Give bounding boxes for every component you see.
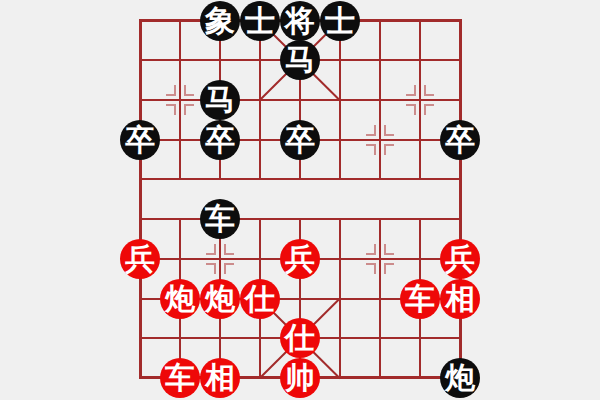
- piece-red-soldier[interactable]: 兵: [280, 239, 320, 279]
- piece-red-chariot[interactable]: 车: [400, 279, 440, 319]
- point-marker: [384, 125, 394, 136]
- xiangqi-board: 象士将士马马卒卒卒卒车炮兵兵兵炮炮仕车相仕车相帅: [0, 0, 600, 400]
- point-marker: [366, 125, 376, 136]
- piece-black-horse[interactable]: 马: [200, 80, 240, 120]
- piece-black-advisor[interactable]: 士: [320, 1, 360, 41]
- piece-red-chariot[interactable]: 车: [160, 358, 200, 398]
- point-marker: [406, 85, 416, 96]
- grid-line-vertical: [379, 219, 381, 378]
- piece-red-soldier[interactable]: 兵: [120, 239, 160, 279]
- piece-red-elephant[interactable]: 相: [200, 358, 240, 398]
- piece-black-general[interactable]: 将: [280, 1, 320, 41]
- piece-red-cannon[interactable]: 炮: [200, 279, 240, 319]
- point-marker: [366, 263, 376, 274]
- piece-black-horse[interactable]: 马: [280, 40, 320, 80]
- point-marker: [406, 104, 416, 115]
- piece-black-soldier[interactable]: 卒: [440, 120, 480, 160]
- piece-black-cannon[interactable]: 炮: [440, 358, 480, 398]
- piece-black-chariot[interactable]: 车: [200, 199, 240, 239]
- xiangqi-screenshot: 象士将士马马卒卒卒卒车炮兵兵兵炮炮仕车相仕车相帅: [0, 0, 600, 400]
- piece-black-soldier[interactable]: 卒: [120, 120, 160, 160]
- piece-black-advisor[interactable]: 士: [240, 1, 280, 41]
- grid-line-vertical: [419, 21, 421, 180]
- piece-red-cannon[interactable]: 炮: [160, 279, 200, 319]
- piece-black-elephant[interactable]: 象: [200, 1, 240, 41]
- point-marker: [366, 244, 376, 255]
- point-marker: [384, 144, 394, 155]
- point-marker: [384, 263, 394, 274]
- point-marker: [424, 104, 434, 115]
- piece-black-soldier[interactable]: 卒: [280, 120, 320, 160]
- point-marker: [224, 263, 234, 274]
- piece-red-elephant[interactable]: 相: [440, 279, 480, 319]
- piece-black-soldier[interactable]: 卒: [200, 120, 240, 160]
- piece-red-advisor[interactable]: 仕: [240, 279, 280, 319]
- point-marker: [184, 104, 194, 115]
- point-marker: [206, 263, 216, 274]
- point-marker: [224, 244, 234, 255]
- point-marker: [184, 85, 194, 96]
- point-marker: [166, 85, 176, 96]
- point-marker: [366, 144, 376, 155]
- piece-red-general[interactable]: 帅: [280, 358, 320, 398]
- point-marker: [384, 244, 394, 255]
- piece-red-advisor[interactable]: 仕: [280, 318, 320, 358]
- point-marker: [206, 244, 216, 255]
- point-marker: [166, 104, 176, 115]
- piece-red-soldier[interactable]: 兵: [440, 239, 480, 279]
- point-marker: [424, 85, 434, 96]
- grid-line-vertical: [179, 21, 181, 180]
- grid-line-vertical: [379, 21, 381, 180]
